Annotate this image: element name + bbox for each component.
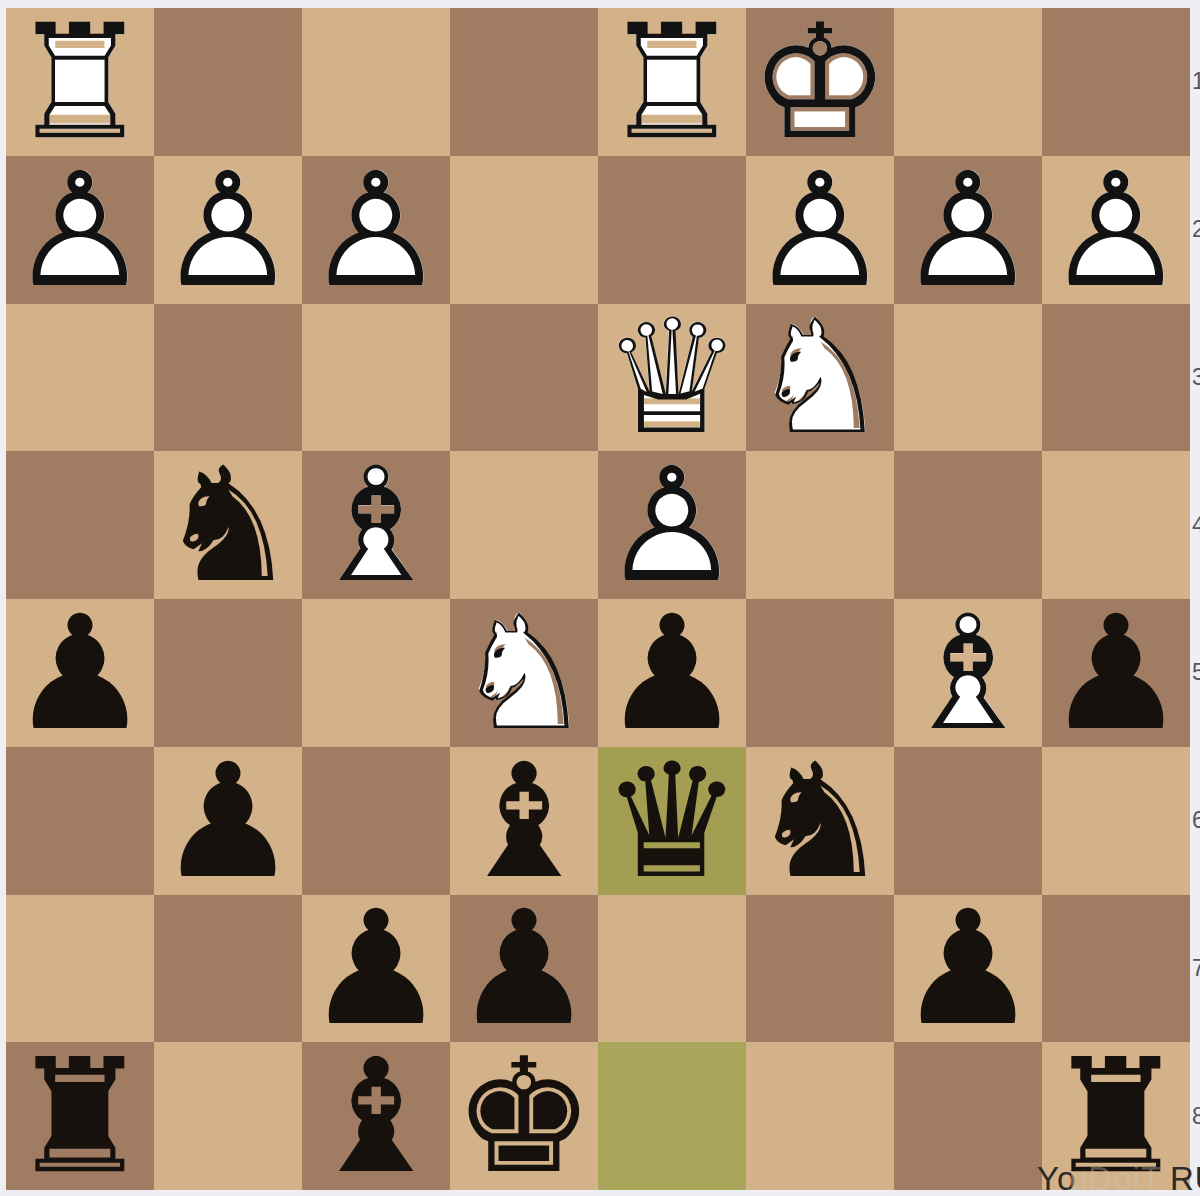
square-g3[interactable] — [154, 304, 302, 452]
piece-black-king: ♚ — [450, 1042, 598, 1190]
square-h5[interactable]: ♟ — [6, 599, 154, 747]
square-c2[interactable]: ♟♙ — [746, 156, 894, 304]
square-h1[interactable]: ♜♖ — [6, 8, 154, 156]
piece-black-pawn: ♟ — [302, 895, 450, 1043]
square-g6[interactable]: ♟ — [154, 747, 302, 895]
square-d8[interactable] — [598, 1042, 746, 1190]
square-a5[interactable]: ♟ — [1042, 599, 1190, 747]
square-c7[interactable] — [746, 895, 894, 1043]
square-b5[interactable]: ♝♗ — [894, 599, 1042, 747]
square-a1[interactable] — [1042, 8, 1190, 156]
piece-black-rook: ♜ — [6, 1042, 154, 1190]
chess-board: ♜♖♜♖♚♔♟♙♟♙♟♙♟♙♟♙♟♙♛♕♞♘♞♝♗♟♙♟♞♘♟♝♗♟♟♝♛♞♟♟… — [6, 8, 1190, 1190]
square-g2[interactable]: ♟♙ — [154, 156, 302, 304]
square-b1[interactable] — [894, 8, 1042, 156]
rank-label-6: 6 — [1190, 747, 1200, 895]
watermark-text-middle: uDoiT — [1069, 1160, 1162, 1196]
piece-black-knight: ♞ — [154, 451, 302, 599]
square-b4[interactable] — [894, 451, 1042, 599]
piece-white-pawn: ♟♙ — [1042, 156, 1190, 304]
rank-label-2: 2 — [1190, 156, 1200, 304]
square-c3[interactable]: ♞♘ — [746, 304, 894, 452]
piece-black-pawn: ♟ — [6, 599, 154, 747]
square-c8[interactable] — [746, 1042, 894, 1190]
piece-black-pawn: ♟ — [1042, 599, 1190, 747]
square-b3[interactable] — [894, 304, 1042, 452]
piece-white-pawn: ♟♙ — [302, 156, 450, 304]
piece-white-bishop: ♝♗ — [302, 451, 450, 599]
square-d2[interactable] — [598, 156, 746, 304]
rank-label-1: 1 — [1190, 8, 1200, 156]
square-h7[interactable] — [6, 895, 154, 1043]
piece-white-knight: ♞♘ — [450, 599, 598, 747]
rank-label-3: 3 — [1190, 304, 1200, 452]
square-e1[interactable] — [450, 8, 598, 156]
piece-white-rook: ♜♖ — [6, 8, 154, 156]
square-f6[interactable] — [302, 747, 450, 895]
square-e3[interactable] — [450, 304, 598, 452]
piece-black-pawn: ♟ — [894, 895, 1042, 1043]
square-e6[interactable]: ♝ — [450, 747, 598, 895]
square-c6[interactable]: ♞ — [746, 747, 894, 895]
square-g4[interactable]: ♞ — [154, 451, 302, 599]
piece-black-pawn: ♟ — [154, 747, 302, 895]
square-d4[interactable]: ♟♙ — [598, 451, 746, 599]
watermark-text-right: RU — [1170, 1160, 1200, 1196]
piece-white-pawn: ♟♙ — [894, 156, 1042, 304]
piece-white-queen: ♛♕ — [598, 304, 746, 452]
square-g8[interactable] — [154, 1042, 302, 1190]
piece-white-pawn: ♟♙ — [746, 156, 894, 304]
square-d7[interactable] — [598, 895, 746, 1043]
square-d1[interactable]: ♜♖ — [598, 8, 746, 156]
square-g7[interactable] — [154, 895, 302, 1043]
square-g5[interactable] — [154, 599, 302, 747]
square-f4[interactable]: ♝♗ — [302, 451, 450, 599]
square-c4[interactable] — [746, 451, 894, 599]
square-a7[interactable] — [1042, 895, 1190, 1043]
square-h2[interactable]: ♟♙ — [6, 156, 154, 304]
square-f5[interactable] — [302, 599, 450, 747]
square-f8[interactable]: ♝ — [302, 1042, 450, 1190]
square-c1[interactable]: ♚♔ — [746, 8, 894, 156]
square-a3[interactable] — [1042, 304, 1190, 452]
square-e4[interactable] — [450, 451, 598, 599]
rank-label-5: 5 — [1190, 599, 1200, 747]
square-e2[interactable] — [450, 156, 598, 304]
square-a4[interactable] — [1042, 451, 1190, 599]
piece-black-bishop: ♝ — [302, 1042, 450, 1190]
piece-black-queen: ♛ — [598, 747, 746, 895]
square-b6[interactable] — [894, 747, 1042, 895]
square-d5[interactable]: ♟ — [598, 599, 746, 747]
rank-label-4: 4 — [1190, 451, 1200, 599]
piece-white-knight: ♞♘ — [746, 304, 894, 452]
rank-label-7: 7 — [1190, 895, 1200, 1043]
square-b2[interactable]: ♟♙ — [894, 156, 1042, 304]
square-c5[interactable] — [746, 599, 894, 747]
piece-white-pawn: ♟♙ — [598, 451, 746, 599]
piece-black-knight: ♞ — [746, 747, 894, 895]
square-g1[interactable] — [154, 8, 302, 156]
square-h4[interactable] — [6, 451, 154, 599]
square-e5[interactable]: ♞♘ — [450, 599, 598, 747]
square-d6[interactable]: ♛ — [598, 747, 746, 895]
square-h8[interactable]: ♜ — [6, 1042, 154, 1190]
square-b7[interactable]: ♟ — [894, 895, 1042, 1043]
piece-black-bishop: ♝ — [450, 747, 598, 895]
square-f1[interactable] — [302, 8, 450, 156]
piece-white-bishop: ♝♗ — [894, 599, 1042, 747]
rank-labels: 1 2 3 4 5 6 7 8 — [1190, 8, 1200, 1190]
square-e7[interactable]: ♟ — [450, 895, 598, 1043]
square-h3[interactable] — [6, 304, 154, 452]
square-a6[interactable] — [1042, 747, 1190, 895]
square-f7[interactable]: ♟ — [302, 895, 450, 1043]
square-d3[interactable]: ♛♕ — [598, 304, 746, 452]
square-a2[interactable]: ♟♙ — [1042, 156, 1190, 304]
piece-white-king: ♚♔ — [746, 8, 894, 156]
square-f3[interactable] — [302, 304, 450, 452]
piece-white-pawn: ♟♙ — [154, 156, 302, 304]
piece-white-pawn: ♟♙ — [6, 156, 154, 304]
piece-black-pawn: ♟ — [450, 895, 598, 1043]
square-f2[interactable]: ♟♙ — [302, 156, 450, 304]
square-e8[interactable]: ♚ — [450, 1042, 598, 1190]
square-h6[interactable] — [6, 747, 154, 895]
piece-black-pawn: ♟ — [598, 599, 746, 747]
piece-white-rook: ♜♖ — [598, 8, 746, 156]
square-b8[interactable] — [894, 1042, 1042, 1190]
